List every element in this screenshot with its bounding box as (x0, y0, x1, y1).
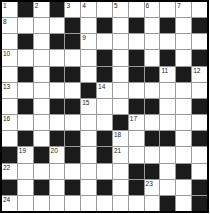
black-cell-r10c5 (65, 147, 80, 162)
black-cell-r8c8 (113, 115, 128, 130)
white-cell-r4c5[interactable] (65, 50, 80, 65)
black-cell-r5c9 (129, 67, 144, 82)
clue-number-4: 4 (82, 2, 86, 9)
black-cell-r7c10 (145, 99, 160, 114)
black-cell-r10c3 (34, 147, 49, 162)
white-cell-r1c13[interactable] (192, 2, 207, 17)
white-cell-r8c10[interactable] (145, 115, 160, 130)
white-cell-r12c10[interactable]: 23 (145, 180, 160, 195)
white-cell-r9c8[interactable]: 18 (113, 131, 128, 146)
white-cell-r10c11[interactable] (160, 147, 175, 162)
white-cell-r11c1[interactable]: 22 (2, 164, 17, 179)
black-cell-r1c4 (50, 2, 65, 17)
white-cell-r2c4[interactable] (50, 18, 65, 33)
clue-number-18: 18 (114, 131, 121, 138)
clue-number-11: 11 (161, 67, 168, 74)
white-cell-r7c6[interactable]: 15 (81, 99, 96, 114)
white-cell-r8c1[interactable]: 16 (2, 115, 17, 130)
white-cell-r1c8[interactable]: 5 (113, 2, 128, 17)
black-cell-r12c3 (34, 180, 49, 195)
white-cell-r5c13[interactable]: 12 (192, 67, 207, 82)
black-cell-r12c9 (129, 180, 144, 195)
black-cell-r4c11 (160, 50, 175, 65)
clue-number-23: 23 (146, 180, 153, 187)
black-cell-r4c9 (129, 50, 144, 65)
black-cell-r13c11 (160, 196, 175, 211)
black-cell-r5c10 (145, 67, 160, 82)
white-cell-r4c10[interactable] (145, 50, 160, 65)
white-cell-r13c3[interactable] (34, 196, 49, 211)
white-cell-r13c8[interactable] (113, 196, 128, 211)
black-cell-r7c13 (192, 99, 207, 114)
white-cell-r11c11[interactable] (160, 164, 175, 179)
white-cell-r7c8[interactable] (113, 99, 128, 114)
black-cell-r12c13 (192, 180, 207, 195)
white-cell-r1c3[interactable]: 2 (34, 2, 49, 17)
black-cell-r9c7 (97, 131, 112, 146)
black-cell-r9c13 (192, 131, 207, 146)
white-cell-r6c12[interactable] (176, 83, 191, 98)
white-cell-r8c6[interactable] (81, 115, 96, 130)
black-cell-r5c7 (97, 67, 112, 82)
white-cell-r6c4[interactable] (50, 83, 65, 98)
white-cell-r5c11[interactable]: 11 (160, 67, 175, 82)
black-cell-r7c5 (65, 99, 80, 114)
black-cell-r12c5 (65, 180, 80, 195)
clue-number-7: 7 (177, 2, 181, 9)
white-cell-r1c11[interactable] (160, 2, 175, 17)
white-cell-r11c2[interactable] (18, 164, 33, 179)
black-cell-r2c11 (160, 18, 175, 33)
white-cell-r6c8[interactable] (113, 83, 128, 98)
white-cell-r13c10[interactable] (145, 196, 160, 211)
white-cell-r13c2[interactable] (18, 196, 33, 211)
white-cell-r1c6[interactable]: 4 (81, 2, 96, 17)
white-cell-r12c11[interactable] (160, 180, 175, 195)
white-cell-r8c12[interactable] (176, 115, 191, 130)
clue-number-13: 13 (3, 83, 10, 90)
clue-number-24: 24 (3, 196, 10, 203)
clue-number-3: 3 (66, 2, 70, 9)
black-cell-r2c7 (97, 18, 112, 33)
white-cell-r9c9[interactable] (129, 131, 144, 146)
white-cell-r1c9[interactable] (129, 2, 144, 17)
white-cell-r1c12[interactable]: 7 (176, 2, 191, 17)
black-cell-r4c13 (192, 50, 207, 65)
white-cell-r11c13[interactable] (192, 164, 207, 179)
white-cell-r7c3[interactable] (34, 99, 49, 114)
white-cell-r2c1[interactable]: 8 (2, 18, 17, 33)
black-cell-r11c12 (176, 164, 191, 179)
black-cell-r12c7 (97, 180, 112, 195)
black-cell-r9c10 (145, 131, 160, 146)
white-cell-r11c3[interactable] (34, 164, 49, 179)
black-cell-r5c2 (18, 67, 33, 82)
clue-number-16: 16 (3, 115, 10, 122)
white-cell-r12c6[interactable] (81, 180, 96, 195)
white-cell-r9c12[interactable] (176, 131, 191, 146)
crossword-grid: 123456789101112131415161718192021222324 (2, 2, 207, 211)
white-cell-r2c8[interactable] (113, 18, 128, 33)
white-cell-r9c1[interactable] (2, 131, 17, 146)
white-cell-r3c11[interactable] (160, 34, 175, 49)
clue-number-15: 15 (82, 99, 89, 106)
white-cell-r4c6[interactable] (81, 50, 96, 65)
white-cell-r8c7[interactable] (97, 115, 112, 130)
clue-number-1: 1 (3, 2, 7, 9)
white-cell-r4c4[interactable] (50, 50, 65, 65)
white-cell-r13c12[interactable] (176, 196, 191, 211)
black-cell-r5c12 (176, 67, 191, 82)
white-cell-r13c4[interactable] (50, 196, 65, 211)
black-cell-r1c2 (18, 2, 33, 17)
white-cell-r6c9[interactable] (129, 83, 144, 98)
white-cell-r10c2[interactable]: 19 (18, 147, 33, 162)
white-cell-r6c10[interactable] (145, 83, 160, 98)
white-cell-r13c1[interactable]: 24 (2, 196, 17, 211)
clue-number-19: 19 (19, 147, 26, 154)
clue-number-14: 14 (98, 83, 105, 90)
black-cell-r11c10 (145, 164, 160, 179)
white-cell-r4c12[interactable] (176, 50, 191, 65)
crossword-page: 123456789101112131415161718192021222324 (0, 0, 210, 214)
clue-number-2: 2 (35, 2, 39, 9)
white-cell-r6c1[interactable]: 13 (2, 83, 17, 98)
white-cell-r10c10[interactable] (145, 147, 160, 162)
white-cell-r10c4[interactable]: 20 (50, 147, 65, 162)
white-cell-r3c13[interactable] (192, 34, 207, 49)
black-cell-r4c7 (97, 50, 112, 65)
white-cell-r13c5[interactable] (65, 196, 80, 211)
black-cell-r12c1 (2, 180, 17, 195)
white-cell-r4c1[interactable]: 10 (2, 50, 17, 65)
white-cell-r5c1[interactable] (2, 67, 17, 82)
clue-number-17: 17 (130, 115, 137, 122)
white-cell-r7c12[interactable] (176, 99, 191, 114)
white-cell-r13c7[interactable] (97, 196, 112, 211)
black-cell-r9c11 (160, 131, 175, 146)
white-cell-r8c4[interactable] (50, 115, 65, 130)
white-cell-r3c6[interactable]: 9 (81, 34, 96, 49)
white-cell-r1c10[interactable]: 6 (145, 2, 160, 17)
white-cell-r11c4[interactable] (50, 164, 65, 179)
white-cell-r6c5[interactable] (65, 83, 80, 98)
white-cell-r11c6[interactable] (81, 164, 96, 179)
black-cell-r5c5 (65, 67, 80, 82)
black-cell-r7c9 (129, 99, 144, 114)
white-cell-r1c5[interactable]: 3 (65, 2, 80, 17)
white-cell-r13c6[interactable] (81, 196, 96, 211)
white-cell-r11c8[interactable] (113, 164, 128, 179)
clue-number-8: 8 (3, 18, 7, 25)
white-cell-r6c13[interactable] (192, 83, 207, 98)
white-cell-r8c5[interactable] (65, 115, 80, 130)
white-cell-r2c12[interactable] (176, 18, 191, 33)
white-cell-r8c2[interactable] (18, 115, 33, 130)
white-cell-r4c8[interactable] (113, 50, 128, 65)
white-cell-r3c9[interactable] (129, 34, 144, 49)
white-cell-r6c3[interactable] (34, 83, 49, 98)
white-cell-r1c7[interactable] (97, 2, 112, 17)
black-cell-r7c4 (50, 99, 65, 114)
clue-number-10: 10 (3, 50, 10, 57)
white-cell-r8c9[interactable]: 17 (129, 115, 144, 130)
white-cell-r3c12[interactable] (176, 34, 191, 49)
black-cell-r2c5 (65, 18, 80, 33)
white-cell-r2c6[interactable] (81, 18, 96, 33)
clue-number-20: 20 (51, 147, 58, 154)
white-cell-r12c2[interactable] (18, 180, 33, 195)
clue-number-6: 6 (146, 2, 150, 9)
white-cell-r11c7[interactable] (97, 164, 112, 179)
white-cell-r8c13[interactable] (192, 115, 207, 130)
white-cell-r3c3[interactable] (34, 34, 49, 49)
crossword-board: 123456789101112131415161718192021222324 (0, 0, 209, 213)
white-cell-r6c11[interactable] (160, 83, 175, 98)
white-cell-r7c7[interactable] (97, 99, 112, 114)
white-cell-r10c8[interactable]: 21 (113, 147, 128, 162)
black-cell-r3c2 (18, 34, 33, 49)
white-cell-r5c6[interactable] (81, 67, 96, 82)
white-cell-r10c12[interactable] (176, 147, 191, 162)
white-cell-r8c3[interactable] (34, 115, 49, 130)
white-cell-r7c11[interactable] (160, 99, 175, 114)
black-cell-r9c5 (65, 131, 80, 146)
white-cell-r12c8[interactable] (113, 180, 128, 195)
black-cell-r3c4 (50, 34, 65, 49)
white-cell-r9c3[interactable] (34, 131, 49, 146)
black-cell-r2c9 (129, 18, 144, 33)
white-cell-r10c9[interactable] (129, 147, 144, 162)
black-cell-r10c1 (2, 147, 17, 162)
white-cell-r10c13[interactable] (192, 147, 207, 162)
clue-number-22: 22 (3, 164, 10, 171)
white-cell-r3c7[interactable] (97, 34, 112, 49)
white-cell-r12c12[interactable] (176, 180, 191, 195)
clue-number-21: 21 (114, 147, 121, 154)
white-cell-r2c3[interactable] (34, 18, 49, 33)
clue-number-12: 12 (193, 67, 200, 74)
white-cell-r4c2[interactable] (18, 50, 33, 65)
white-cell-r3c10[interactable] (145, 34, 160, 49)
white-cell-r13c9[interactable] (129, 196, 144, 211)
white-cell-r2c2[interactable] (18, 18, 33, 33)
white-cell-r7c1[interactable] (2, 99, 17, 114)
white-cell-r11c5[interactable] (65, 164, 80, 179)
white-cell-r9c6[interactable] (81, 131, 96, 146)
black-cell-r10c7 (97, 147, 112, 162)
white-cell-r3c1[interactable] (2, 34, 17, 49)
white-cell-r10c6[interactable] (81, 147, 96, 162)
black-cell-r6c6 (81, 83, 96, 98)
black-cell-r9c2 (18, 131, 33, 146)
white-cell-r1c1[interactable]: 1 (2, 2, 17, 17)
black-cell-r9c4 (50, 131, 65, 146)
white-cell-r12c4[interactable] (50, 180, 65, 195)
white-cell-r5c8[interactable] (113, 67, 128, 82)
white-cell-r5c3[interactable] (34, 67, 49, 82)
clue-number-9: 9 (82, 34, 86, 41)
clue-number-5: 5 (114, 2, 118, 9)
black-cell-r5c4 (50, 67, 65, 82)
black-cell-r2c13 (192, 18, 207, 33)
white-cell-r4c3[interactable] (34, 50, 49, 65)
black-cell-r7c2 (18, 99, 33, 114)
white-cell-r3c8[interactable] (113, 34, 128, 49)
white-cell-r6c2[interactable] (18, 83, 33, 98)
white-cell-r2c10[interactable] (145, 18, 160, 33)
black-cell-r3c5 (65, 34, 80, 49)
black-cell-r13c13 (192, 196, 207, 211)
white-cell-r6c7[interactable]: 14 (97, 83, 112, 98)
white-cell-r8c11[interactable] (160, 115, 175, 130)
black-cell-r11c9 (129, 164, 144, 179)
